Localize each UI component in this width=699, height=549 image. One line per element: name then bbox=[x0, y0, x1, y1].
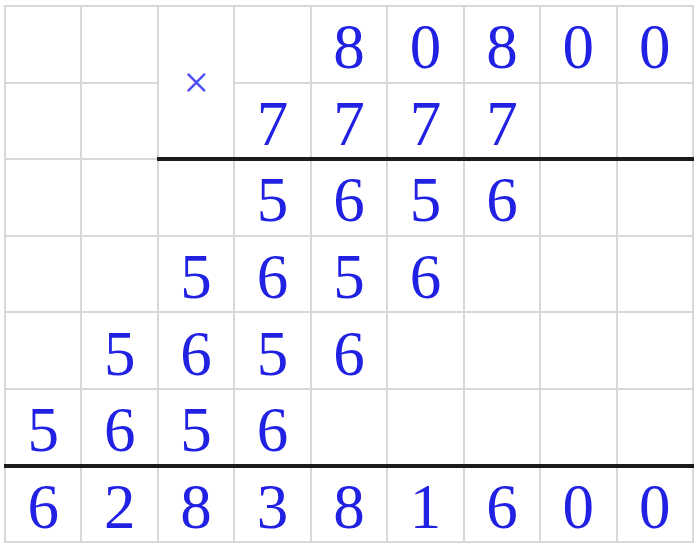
empty-cell bbox=[81, 6, 157, 83]
empty-cell bbox=[540, 389, 616, 466]
empty-cell bbox=[5, 159, 81, 236]
empty-cell bbox=[81, 236, 157, 313]
digit-cell: 6 bbox=[311, 159, 387, 236]
multiply-rule-line bbox=[157, 157, 694, 161]
empty-cell bbox=[464, 312, 540, 389]
digit-cell: 7 bbox=[464, 83, 540, 160]
empty-cell bbox=[464, 236, 540, 313]
empty-cell bbox=[311, 389, 387, 466]
empty-cell bbox=[617, 236, 693, 313]
empty-cell bbox=[617, 159, 693, 236]
empty-cell bbox=[234, 6, 310, 83]
digit-cell: 6 bbox=[234, 389, 310, 466]
empty-cell bbox=[158, 159, 234, 236]
digit-cell: 8 bbox=[158, 465, 234, 542]
empty-cell bbox=[540, 312, 616, 389]
digit-cell: 5 bbox=[158, 389, 234, 466]
empty-cell bbox=[540, 83, 616, 160]
worksheet: × 8080077775656565656565656628381600 bbox=[0, 0, 699, 549]
digit-cell: 6 bbox=[311, 312, 387, 389]
empty-cell bbox=[540, 236, 616, 313]
empty-cell bbox=[81, 83, 157, 160]
empty-cell bbox=[387, 312, 463, 389]
digit-cell: 6 bbox=[234, 236, 310, 313]
answer-rule-line bbox=[4, 464, 694, 468]
empty-cell bbox=[5, 6, 81, 83]
empty-cell bbox=[387, 389, 463, 466]
digit-cell: 0 bbox=[387, 6, 463, 83]
digit-cell: 0 bbox=[540, 6, 616, 83]
digit-cell: 7 bbox=[387, 83, 463, 160]
multiplication-sign: × bbox=[158, 6, 234, 159]
digit-cell: 8 bbox=[311, 6, 387, 83]
digit-cell: 5 bbox=[81, 312, 157, 389]
empty-cell bbox=[81, 159, 157, 236]
digit-cell: 6 bbox=[464, 465, 540, 542]
digit-cell: 0 bbox=[617, 465, 693, 542]
empty-cell bbox=[540, 159, 616, 236]
digit-cell: 5 bbox=[5, 389, 81, 466]
empty-cell bbox=[617, 312, 693, 389]
digit-cell: 6 bbox=[158, 312, 234, 389]
digit-cell: 6 bbox=[5, 465, 81, 542]
digit-cell: 5 bbox=[158, 236, 234, 313]
digit-cell: 5 bbox=[387, 159, 463, 236]
digit-cell: 8 bbox=[464, 6, 540, 83]
empty-cell bbox=[617, 389, 693, 466]
digit-cell: 0 bbox=[617, 6, 693, 83]
digit-cell: 5 bbox=[234, 312, 310, 389]
empty-cell bbox=[617, 83, 693, 160]
digit-cell: 5 bbox=[234, 159, 310, 236]
empty-cell bbox=[5, 312, 81, 389]
digit-cell: 2 bbox=[81, 465, 157, 542]
digit-cell: 1 bbox=[387, 465, 463, 542]
digit-cell: 3 bbox=[234, 465, 310, 542]
digit-cell: 6 bbox=[387, 236, 463, 313]
digit-cell: 5 bbox=[311, 236, 387, 313]
digit-cell: 0 bbox=[540, 465, 616, 542]
digit-cell: 7 bbox=[234, 83, 310, 160]
digit-cell: 8 bbox=[311, 465, 387, 542]
empty-cell bbox=[5, 236, 81, 313]
digit-cell: 7 bbox=[311, 83, 387, 160]
empty-cell bbox=[5, 83, 81, 160]
empty-cell bbox=[464, 389, 540, 466]
multiplication-grid: × 8080077775656565656565656628381600 bbox=[4, 5, 694, 543]
digit-cell: 6 bbox=[81, 389, 157, 466]
digit-cell: 6 bbox=[464, 159, 540, 236]
